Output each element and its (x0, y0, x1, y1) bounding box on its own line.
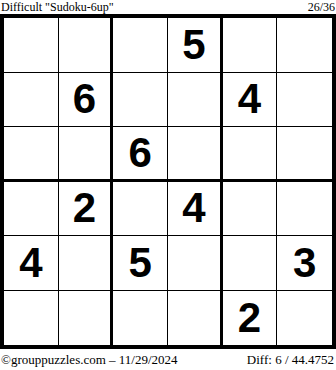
cell-r3c3[interactable]: 6 (113, 127, 168, 182)
cell-r5c5[interactable] (223, 236, 278, 291)
cell-r5c2[interactable] (59, 236, 114, 291)
cell-r2c4[interactable] (168, 73, 223, 128)
footer: ©grouppuzzles.com – 11/29/2024 Diff: 6 /… (0, 349, 336, 370)
cell-r1c1[interactable] (4, 18, 59, 73)
cell-r2c5[interactable]: 4 (223, 73, 278, 128)
cell-r1c3[interactable] (113, 18, 168, 73)
cell-r6c3[interactable] (113, 291, 168, 346)
cell-r1c4[interactable]: 5 (168, 18, 223, 73)
puzzle-title: Difficult "Sudoku-6up" (1, 0, 114, 14)
cell-r4c1[interactable] (4, 182, 59, 237)
cell-r4c5[interactable] (223, 182, 278, 237)
cell-r1c5[interactable] (223, 18, 278, 73)
puzzle-counter: 26/36 (308, 0, 335, 14)
header: Difficult "Sudoku-6up" 26/36 (0, 0, 336, 14)
cell-r2c1[interactable] (4, 73, 59, 128)
cell-r2c2[interactable]: 6 (59, 73, 114, 128)
cell-r4c2[interactable]: 2 (59, 182, 114, 237)
cell-r2c6[interactable] (277, 73, 332, 128)
cell-r3c6[interactable] (277, 127, 332, 182)
cell-r5c1[interactable]: 4 (4, 236, 59, 291)
cell-r4c3[interactable] (113, 182, 168, 237)
copyright-date: ©grouppuzzles.com – 11/29/2024 (1, 352, 178, 368)
cell-r6c2[interactable] (59, 291, 114, 346)
puzzle-page: Difficult "Sudoku-6up" 26/36 5646244532 … (0, 0, 336, 370)
cell-r3c1[interactable] (4, 127, 59, 182)
cell-r1c6[interactable] (277, 18, 332, 73)
sudoku-board: 5646244532 (0, 14, 336, 349)
cell-r5c3[interactable]: 5 (113, 236, 168, 291)
cell-r6c4[interactable] (168, 291, 223, 346)
cell-r2c3[interactable] (113, 73, 168, 128)
cell-r6c5[interactable]: 2 (223, 291, 278, 346)
cell-r4c4[interactable]: 4 (168, 182, 223, 237)
cell-r6c1[interactable] (4, 291, 59, 346)
difficulty-rating: Diff: 6 / 44.4752 (247, 352, 334, 368)
cell-r3c5[interactable] (223, 127, 278, 182)
cell-r3c2[interactable] (59, 127, 114, 182)
cell-r5c6[interactable]: 3 (277, 236, 332, 291)
cell-r5c4[interactable] (168, 236, 223, 291)
cell-r6c6[interactable] (277, 291, 332, 346)
cell-r4c6[interactable] (277, 182, 332, 237)
cell-r3c4[interactable] (168, 127, 223, 182)
cell-r1c2[interactable] (59, 18, 114, 73)
